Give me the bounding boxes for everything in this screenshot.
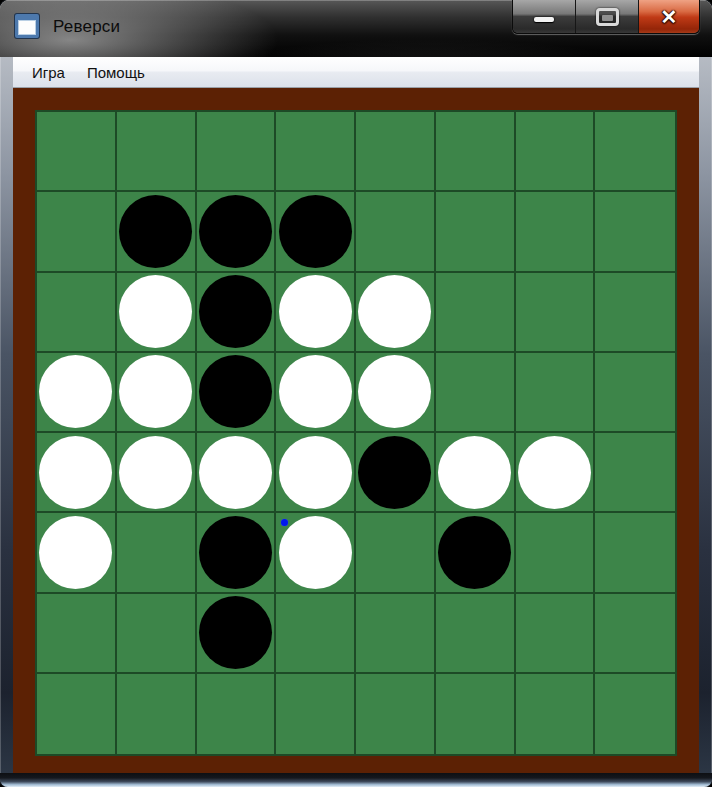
window-title: Реверси <box>53 17 120 37</box>
board-frame <box>13 88 699 773</box>
board-cell[interactable] <box>356 112 436 192</box>
board-cell[interactable] <box>595 273 675 353</box>
board-cell[interactable] <box>356 594 436 674</box>
black-disc <box>199 355 272 428</box>
board-cell[interactable] <box>356 353 436 433</box>
board-cell[interactable] <box>356 192 436 272</box>
board-cell[interactable] <box>516 513 596 593</box>
board-cell[interactable] <box>117 674 197 754</box>
white-disc <box>119 436 192 509</box>
board-cell[interactable] <box>356 674 436 754</box>
white-disc <box>358 355 431 428</box>
board-cell[interactable] <box>37 433 117 513</box>
board-cell[interactable] <box>436 674 516 754</box>
board-cell[interactable] <box>595 192 675 272</box>
board-cell[interactable] <box>276 353 356 433</box>
board-cell[interactable] <box>595 594 675 674</box>
board-cell[interactable] <box>197 513 277 593</box>
board-cell[interactable] <box>436 433 516 513</box>
black-disc <box>199 596 272 669</box>
board-cell[interactable] <box>276 192 356 272</box>
board-cell[interactable] <box>37 674 117 754</box>
white-disc <box>39 516 112 589</box>
menu-bar: Игра Помощь <box>13 57 699 88</box>
white-disc <box>279 436 352 509</box>
board-cell[interactable] <box>117 273 197 353</box>
move-marker <box>281 519 288 526</box>
app-window: Реверси ✕ Игра Помощь <box>0 0 712 787</box>
black-disc <box>119 195 192 268</box>
board-cell[interactable] <box>595 433 675 513</box>
board-cell[interactable] <box>37 273 117 353</box>
board-cell[interactable] <box>197 192 277 272</box>
board-cell[interactable] <box>516 112 596 192</box>
board-cell[interactable] <box>436 353 516 433</box>
board-cell[interactable] <box>276 112 356 192</box>
maximize-button[interactable] <box>575 0 639 33</box>
board-cell[interactable] <box>117 433 197 513</box>
reversi-board <box>35 110 677 756</box>
white-disc <box>199 436 272 509</box>
board-cell[interactable] <box>117 192 197 272</box>
board-cell[interactable] <box>37 594 117 674</box>
white-disc <box>119 355 192 428</box>
black-disc <box>279 195 352 268</box>
board-cell[interactable] <box>37 353 117 433</box>
white-disc <box>39 355 112 428</box>
board-cell[interactable] <box>436 273 516 353</box>
title-bar: Реверси ✕ <box>0 0 712 57</box>
board-cell[interactable] <box>37 513 117 593</box>
board-cell[interactable] <box>197 594 277 674</box>
app-icon[interactable] <box>15 14 39 38</box>
board-cell[interactable] <box>117 594 197 674</box>
board-cell[interactable] <box>595 112 675 192</box>
board-cell[interactable] <box>516 273 596 353</box>
white-disc <box>279 516 352 589</box>
board-cell[interactable] <box>436 112 516 192</box>
board-cell[interactable] <box>117 353 197 433</box>
menu-item-game[interactable]: Игра <box>21 59 76 86</box>
black-disc <box>438 516 511 589</box>
board-cell[interactable] <box>595 353 675 433</box>
board-cell[interactable] <box>197 433 277 513</box>
minimize-icon <box>534 17 554 22</box>
board-cell[interactable] <box>37 112 117 192</box>
board-cell[interactable] <box>436 513 516 593</box>
white-disc <box>119 275 192 348</box>
close-button[interactable]: ✕ <box>639 0 699 33</box>
board-cell[interactable] <box>276 674 356 754</box>
white-disc <box>279 355 352 428</box>
board-cell[interactable] <box>276 433 356 513</box>
board-cell[interactable] <box>356 433 436 513</box>
black-disc <box>199 516 272 589</box>
close-icon: ✕ <box>661 7 678 27</box>
window-controls: ✕ <box>512 0 700 34</box>
board-cell[interactable] <box>436 594 516 674</box>
board-cell[interactable] <box>595 674 675 754</box>
board-cell[interactable] <box>197 674 277 754</box>
board-cell[interactable] <box>436 192 516 272</box>
board-cell[interactable] <box>356 513 436 593</box>
white-disc <box>438 436 511 509</box>
board-cell[interactable] <box>276 273 356 353</box>
minimize-button[interactable] <box>513 0 575 33</box>
board-cell[interactable] <box>197 353 277 433</box>
board-cell[interactable] <box>117 513 197 593</box>
board-cell[interactable] <box>516 433 596 513</box>
white-disc <box>518 436 591 509</box>
white-disc <box>39 436 112 509</box>
board-cell[interactable] <box>516 353 596 433</box>
black-disc <box>199 275 272 348</box>
board-cell[interactable] <box>595 513 675 593</box>
white-disc <box>279 275 352 348</box>
black-disc <box>199 195 272 268</box>
board-cell[interactable] <box>276 513 356 593</box>
maximize-icon <box>596 8 619 26</box>
board-cell[interactable] <box>117 112 197 192</box>
black-disc <box>358 436 431 509</box>
board-cell[interactable] <box>276 594 356 674</box>
white-disc <box>358 275 431 348</box>
board-cell[interactable] <box>356 273 436 353</box>
board-cell[interactable] <box>37 192 117 272</box>
board-cell[interactable] <box>197 273 277 353</box>
menu-item-help[interactable]: Помощь <box>76 59 156 86</box>
board-cell[interactable] <box>516 594 596 674</box>
window-bottom-edge <box>0 773 712 787</box>
board-cell[interactable] <box>197 112 277 192</box>
board-cell[interactable] <box>516 674 596 754</box>
board-cell[interactable] <box>516 192 596 272</box>
